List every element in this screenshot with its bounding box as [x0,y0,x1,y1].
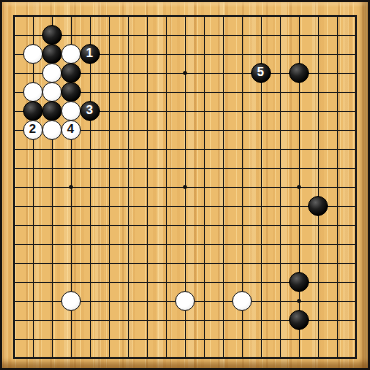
white-stone-move-2[interactable]: 2 [23,120,43,140]
black-stone[interactable] [42,101,62,121]
board-cells[interactable]: 15324 [4,6,365,367]
black-stone[interactable] [61,63,81,83]
black-stone-move-3[interactable]: 3 [80,101,100,121]
go-board: 15324 [0,0,370,370]
white-stone[interactable] [42,82,62,102]
black-stone[interactable] [42,25,62,45]
move-number: 5 [257,66,264,79]
move-number: 3 [86,104,93,117]
white-stone[interactable] [42,63,62,83]
black-stone-move-1[interactable]: 1 [80,44,100,64]
move-number: 4 [67,123,74,136]
move-number: 1 [86,47,93,60]
black-stone[interactable] [23,101,43,121]
black-stone-move-5[interactable]: 5 [251,63,271,83]
move-number: 2 [29,123,36,136]
black-stone[interactable] [289,272,309,292]
black-stone[interactable] [61,82,81,102]
white-stone[interactable] [61,44,81,64]
white-stone[interactable] [175,291,195,311]
white-stone[interactable] [61,101,81,121]
white-stone[interactable] [42,120,62,140]
white-stone-move-4[interactable]: 4 [61,120,81,140]
white-stone[interactable] [23,82,43,102]
black-stone[interactable] [289,310,309,330]
white-stone[interactable] [232,291,252,311]
black-stone[interactable] [308,196,328,216]
black-stone[interactable] [42,44,62,64]
white-stone[interactable] [61,291,81,311]
black-stone[interactable] [289,63,309,83]
goban-grid[interactable]: 15324 [4,6,365,367]
white-stone[interactable] [23,44,43,64]
